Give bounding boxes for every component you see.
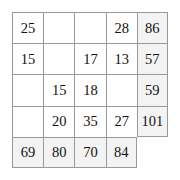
cell-r3c1[interactable] bbox=[12, 74, 43, 105]
cell-r5c2-sum: 80 bbox=[43, 137, 74, 168]
cell-r3c2: 15 bbox=[43, 74, 74, 105]
cell-r1c4: 28 bbox=[106, 12, 137, 43]
sum-grid-board: 2528861517135715185920352710169807084 bbox=[12, 12, 168, 168]
puzzle-stage: 2528861517135715185920352710169807084 bbox=[0, 0, 180, 180]
cell-r5c5-absent bbox=[137, 137, 168, 168]
cell-r2c4: 13 bbox=[106, 43, 137, 74]
cell-r3c4[interactable] bbox=[106, 74, 137, 105]
cell-r4c5-sum: 101 bbox=[137, 106, 168, 137]
cell-r2c5-sum: 57 bbox=[137, 43, 168, 74]
cell-r4c3: 35 bbox=[74, 106, 105, 137]
cell-r4c1[interactable] bbox=[12, 106, 43, 137]
cell-r5c1-sum: 69 bbox=[12, 137, 43, 168]
cell-r2c1: 15 bbox=[12, 43, 43, 74]
cell-r1c1: 25 bbox=[12, 12, 43, 43]
cell-r1c3[interactable] bbox=[74, 12, 105, 43]
cell-r1c2[interactable] bbox=[43, 12, 74, 43]
cell-r5c4-sum: 84 bbox=[106, 137, 137, 168]
cell-r3c3: 18 bbox=[74, 74, 105, 105]
cell-r4c2: 20 bbox=[43, 106, 74, 137]
cell-r3c5-sum: 59 bbox=[137, 74, 168, 105]
cell-r2c3: 17 bbox=[74, 43, 105, 74]
cell-r5c3-sum: 70 bbox=[74, 137, 105, 168]
cell-r1c5-sum: 86 bbox=[137, 12, 168, 43]
cell-r4c4: 27 bbox=[106, 106, 137, 137]
cell-r2c2[interactable] bbox=[43, 43, 74, 74]
